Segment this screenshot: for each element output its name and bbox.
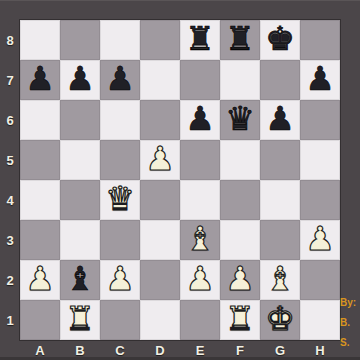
rank-label-3: 3 bbox=[0, 220, 20, 260]
piece-wB-e3[interactable]: ♝ bbox=[185, 219, 215, 259]
square-e5[interactable] bbox=[180, 140, 220, 180]
piece-bP-b7[interactable]: ♟ bbox=[65, 59, 95, 99]
rank-label-4: 4 bbox=[0, 180, 20, 220]
square-f8[interactable]: ♜ bbox=[220, 20, 260, 60]
square-c2[interactable]: ♟ bbox=[100, 260, 140, 300]
square-c4[interactable]: ♛ bbox=[100, 180, 140, 220]
square-c5[interactable] bbox=[100, 140, 140, 180]
square-g8[interactable]: ♚ bbox=[260, 20, 300, 60]
piece-bK-g8[interactable]: ♚ bbox=[265, 19, 295, 59]
rank-label-6: 6 bbox=[0, 100, 20, 140]
file-label-a: A bbox=[20, 340, 60, 360]
rank-label-1: 1 bbox=[0, 300, 20, 340]
piece-wP-e2[interactable]: ♟ bbox=[185, 259, 215, 299]
square-d4[interactable] bbox=[140, 180, 180, 220]
square-c3[interactable] bbox=[100, 220, 140, 260]
square-e1[interactable] bbox=[180, 300, 220, 340]
square-g4[interactable] bbox=[260, 180, 300, 220]
piece-bB-b2[interactable]: ♝ bbox=[65, 259, 95, 299]
piece-wQ-c4[interactable]: ♛ bbox=[105, 179, 135, 219]
piece-wP-a2[interactable]: ♟ bbox=[25, 259, 55, 299]
piece-bQ-f6[interactable]: ♛ bbox=[225, 99, 255, 139]
square-d6[interactable] bbox=[140, 100, 180, 140]
square-a4[interactable] bbox=[20, 180, 60, 220]
square-a3[interactable] bbox=[20, 220, 60, 260]
credit-text: By: B. S. bbox=[340, 297, 359, 349]
piece-wK-g1[interactable]: ♚ bbox=[265, 299, 295, 339]
square-b7[interactable]: ♟ bbox=[60, 60, 100, 100]
square-f4[interactable] bbox=[220, 180, 260, 220]
rank-label-5: 5 bbox=[0, 140, 20, 180]
file-label-f: F bbox=[220, 340, 260, 360]
square-d5[interactable]: ♟ bbox=[140, 140, 180, 180]
square-h1[interactable] bbox=[300, 300, 340, 340]
square-a8[interactable] bbox=[20, 20, 60, 60]
square-f6[interactable]: ♛ bbox=[220, 100, 260, 140]
credit-line-1: By: bbox=[340, 297, 359, 309]
square-e3[interactable]: ♝ bbox=[180, 220, 220, 260]
square-h3[interactable]: ♟ bbox=[300, 220, 340, 260]
square-e7[interactable] bbox=[180, 60, 220, 100]
square-d2[interactable] bbox=[140, 260, 180, 300]
square-b5[interactable] bbox=[60, 140, 100, 180]
credit-line-3: S. bbox=[340, 337, 359, 349]
square-f3[interactable] bbox=[220, 220, 260, 260]
square-b4[interactable] bbox=[60, 180, 100, 220]
square-a2[interactable]: ♟ bbox=[20, 260, 60, 300]
square-c1[interactable] bbox=[100, 300, 140, 340]
rank-label-2: 2 bbox=[0, 260, 20, 300]
piece-wP-f2[interactable]: ♟ bbox=[225, 259, 255, 299]
square-e6[interactable]: ♟ bbox=[180, 100, 220, 140]
square-h6[interactable] bbox=[300, 100, 340, 140]
square-c8[interactable] bbox=[100, 20, 140, 60]
square-e4[interactable] bbox=[180, 180, 220, 220]
square-d1[interactable] bbox=[140, 300, 180, 340]
square-d3[interactable] bbox=[140, 220, 180, 260]
square-g7[interactable] bbox=[260, 60, 300, 100]
square-h4[interactable] bbox=[300, 180, 340, 220]
piece-bR-f8[interactable]: ♜ bbox=[225, 19, 255, 59]
square-b2[interactable]: ♝ bbox=[60, 260, 100, 300]
piece-bP-c7[interactable]: ♟ bbox=[105, 59, 135, 99]
file-label-g: G bbox=[260, 340, 300, 360]
piece-wR-f1[interactable]: ♜ bbox=[225, 299, 255, 339]
square-f1[interactable]: ♜ bbox=[220, 300, 260, 340]
piece-bP-e6[interactable]: ♟ bbox=[185, 99, 215, 139]
rank-label-7: 7 bbox=[0, 60, 20, 100]
square-c7[interactable]: ♟ bbox=[100, 60, 140, 100]
rank-labels: 87654321 bbox=[0, 20, 20, 340]
square-b8[interactable] bbox=[60, 20, 100, 60]
credit-line-2: B. bbox=[340, 317, 359, 329]
square-a6[interactable] bbox=[20, 100, 60, 140]
chess-board[interactable]: ♜♜♚♟♟♟♟♟♛♟♟♛♝♟♟♝♟♟♟♝♜♜♚ bbox=[20, 20, 340, 340]
square-a1[interactable] bbox=[20, 300, 60, 340]
piece-wR-b1[interactable]: ♜ bbox=[65, 299, 95, 339]
square-h2[interactable] bbox=[300, 260, 340, 300]
square-b3[interactable] bbox=[60, 220, 100, 260]
piece-wP-c2[interactable]: ♟ bbox=[105, 259, 135, 299]
square-e8[interactable]: ♜ bbox=[180, 20, 220, 60]
piece-wP-d5[interactable]: ♟ bbox=[145, 139, 175, 179]
square-a7[interactable]: ♟ bbox=[20, 60, 60, 100]
file-label-d: D bbox=[140, 340, 180, 360]
square-h7[interactable]: ♟ bbox=[300, 60, 340, 100]
piece-wB-g2[interactable]: ♝ bbox=[265, 259, 295, 299]
chess-diagram: 87654321 ♜♜♚♟♟♟♟♟♛♟♟♛♝♟♟♝♟♟♟♝♜♜♚ ABCDEFG… bbox=[0, 0, 360, 360]
square-c6[interactable] bbox=[100, 100, 140, 140]
piece-bP-g6[interactable]: ♟ bbox=[265, 99, 295, 139]
piece-bP-a7[interactable]: ♟ bbox=[25, 59, 55, 99]
rank-label-8: 8 bbox=[0, 20, 20, 60]
square-e2[interactable]: ♟ bbox=[180, 260, 220, 300]
square-h5[interactable] bbox=[300, 140, 340, 180]
square-g3[interactable] bbox=[260, 220, 300, 260]
square-d7[interactable] bbox=[140, 60, 180, 100]
piece-wP-h3[interactable]: ♟ bbox=[305, 219, 335, 259]
piece-bP-h7[interactable]: ♟ bbox=[305, 59, 335, 99]
file-label-h: H bbox=[300, 340, 340, 360]
square-f5[interactable] bbox=[220, 140, 260, 180]
square-f7[interactable] bbox=[220, 60, 260, 100]
square-f2[interactable]: ♟ bbox=[220, 260, 260, 300]
square-g1[interactable]: ♚ bbox=[260, 300, 300, 340]
square-g2[interactable]: ♝ bbox=[260, 260, 300, 300]
square-h8[interactable] bbox=[300, 20, 340, 60]
file-label-b: B bbox=[60, 340, 100, 360]
piece-bR-e8[interactable]: ♜ bbox=[185, 19, 215, 59]
square-b6[interactable] bbox=[60, 100, 100, 140]
square-a5[interactable] bbox=[20, 140, 60, 180]
square-g5[interactable] bbox=[260, 140, 300, 180]
square-d8[interactable] bbox=[140, 20, 180, 60]
file-label-e: E bbox=[180, 340, 220, 360]
file-label-c: C bbox=[100, 340, 140, 360]
file-labels: ABCDEFGH bbox=[20, 340, 340, 360]
square-b1[interactable]: ♜ bbox=[60, 300, 100, 340]
square-g6[interactable]: ♟ bbox=[260, 100, 300, 140]
